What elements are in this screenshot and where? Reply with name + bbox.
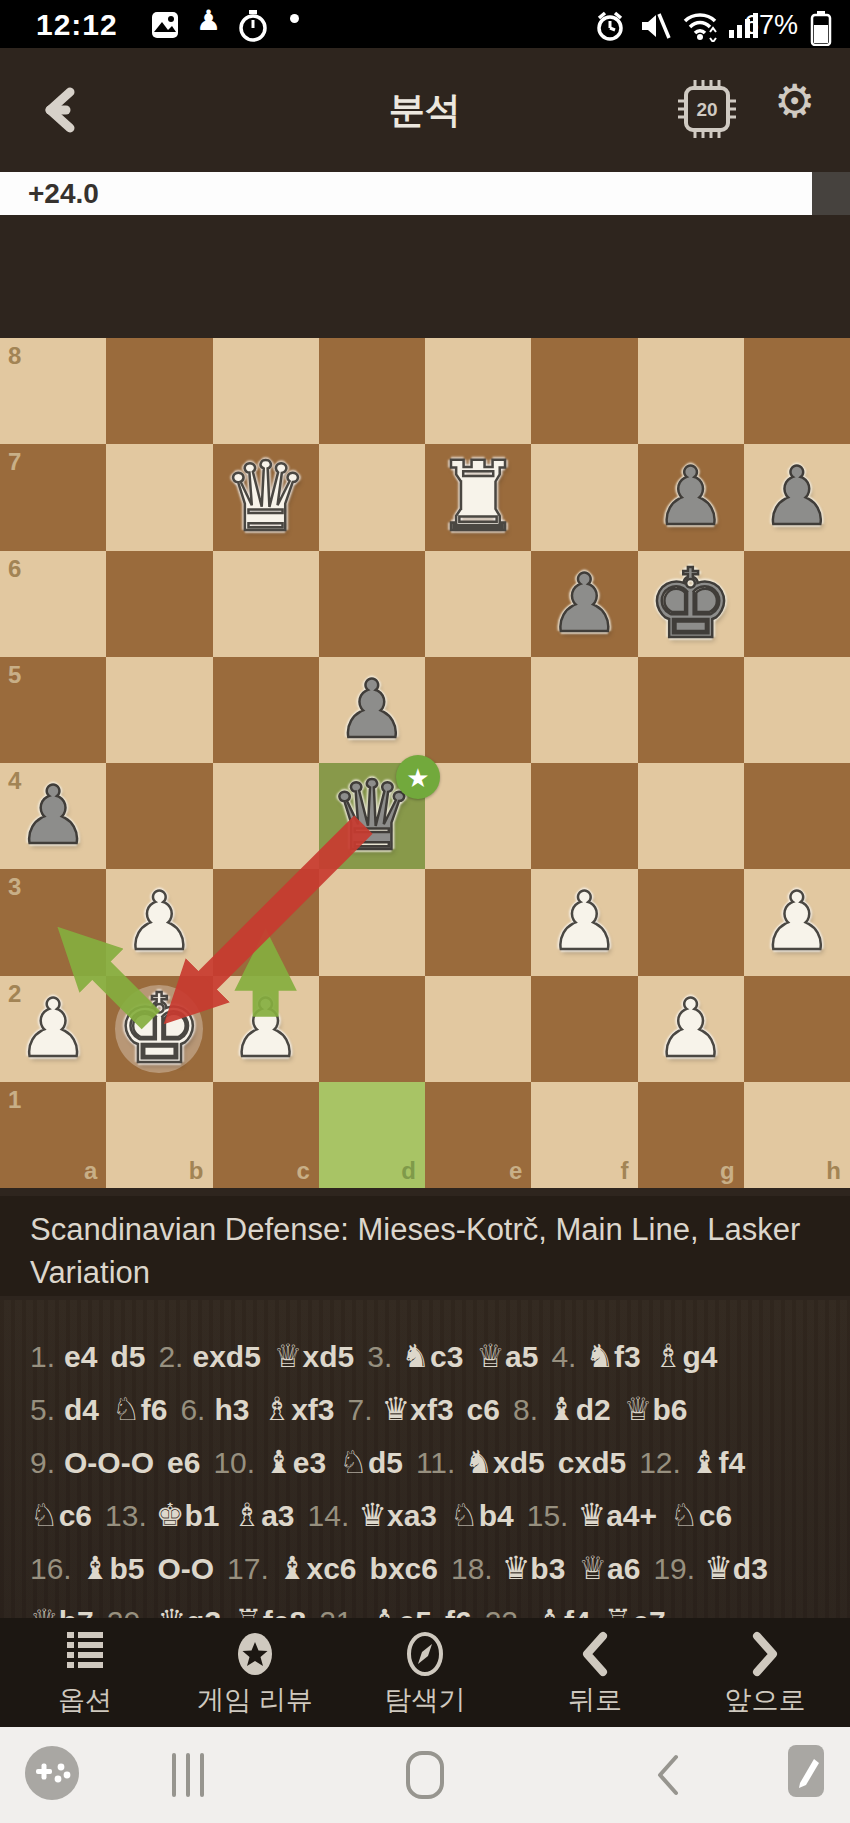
move-token[interactable]: cxd5 xyxy=(558,1436,626,1489)
file-label-d: d xyxy=(401,1157,416,1185)
android-nav-bar xyxy=(0,1727,850,1823)
move-line-2: 5.d4♘f66.h3♗xf37.♛xf3c68.♝d2♕b6 xyxy=(30,1383,830,1436)
square-c4[interactable] xyxy=(213,763,319,869)
move-line-3: 9.O-O-Oe610.♝e3♘d511.♞xd5cxd512.♝f4 xyxy=(30,1436,830,1489)
square-h6[interactable] xyxy=(744,551,850,657)
opening-name: Scandinavian Defense: Mieses-Kotrč, Main… xyxy=(30,1208,810,1294)
square-h8[interactable] xyxy=(744,338,850,444)
rank-label-7: 7 xyxy=(8,448,21,476)
gallery-notification-icon xyxy=(150,10,180,40)
back-move-label: 뒤로 xyxy=(510,1682,680,1718)
move-token[interactable]: ♞xd5 xyxy=(464,1436,544,1489)
move-token[interactable]: ♕b6 xyxy=(624,1383,688,1436)
status-bar: 12:12 ♟ 67% xyxy=(0,0,850,48)
move-token[interactable]: c6 xyxy=(467,1383,500,1436)
square-d7[interactable] xyxy=(319,444,425,550)
piece-black-queen-d4[interactable]: ♛ xyxy=(319,763,425,869)
engine-depth-value: 20 xyxy=(696,99,717,120)
square-a8[interactable]: 8 xyxy=(0,338,106,444)
move-number: 6. xyxy=(180,1383,205,1436)
square-c5[interactable] xyxy=(213,657,319,763)
piece-white-pawn-h3[interactable]: ♟ xyxy=(744,869,850,975)
move-token[interactable]: ♕a6 xyxy=(578,1542,640,1595)
timer-notification-icon xyxy=(238,10,268,42)
options-list-icon xyxy=(63,1630,107,1670)
s-pen-icon[interactable] xyxy=(780,1743,832,1803)
move-number: 13. xyxy=(105,1489,147,1542)
move-token[interactable]: ♛g3 xyxy=(157,1595,221,1618)
move-token[interactable]: ♘b4 xyxy=(450,1489,514,1542)
square-g5[interactable] xyxy=(638,657,744,763)
move-token[interactable]: ♖e7 xyxy=(604,1595,666,1618)
notification-dot xyxy=(290,14,299,23)
move-token[interactable]: O-O-O xyxy=(64,1436,154,1489)
square-e1[interactable]: e xyxy=(425,1082,531,1188)
move-number: 2. xyxy=(158,1330,183,1383)
move-token[interactable]: h3 xyxy=(214,1383,249,1436)
move-token[interactable]: ♗xf3 xyxy=(262,1383,334,1436)
move-token[interactable]: ♞f3 xyxy=(585,1330,640,1383)
move-token[interactable]: ♛b3 xyxy=(502,1542,566,1595)
file-label-a: a xyxy=(84,1157,97,1185)
analysis-screen: 12:12 ♟ 67% 분석 20 ⚙ +24.0 ★ ♕ d4+ 가 최선입니… xyxy=(0,0,850,1823)
move-token[interactable]: ♝d2 xyxy=(547,1383,611,1436)
explorer-compass-icon xyxy=(401,1630,449,1678)
square-d3[interactable] xyxy=(319,869,425,975)
square-e8[interactable] xyxy=(425,338,531,444)
move-token[interactable]: ♖fe8 xyxy=(234,1595,306,1618)
move-number: 20. xyxy=(107,1595,149,1618)
move-token[interactable]: ♘f6 xyxy=(112,1383,167,1436)
move-number: 5. xyxy=(30,1383,55,1436)
battery-percent: 67% xyxy=(744,10,798,41)
piece-black-pawn-d5[interactable]: ♟ xyxy=(319,657,425,763)
options-label: 옵션 xyxy=(0,1682,170,1718)
piece-white-king-b2[interactable]: ♚ xyxy=(106,976,212,1082)
evaluation-bar: +24.0 xyxy=(0,172,850,215)
move-number: 11. xyxy=(416,1436,455,1489)
game-review-label: 게임 리뷰 xyxy=(170,1682,340,1718)
clock-time: 12:12 xyxy=(36,8,118,42)
square-d8[interactable] xyxy=(319,338,425,444)
move-token[interactable]: ♞c3 xyxy=(401,1330,463,1383)
move-number: 3. xyxy=(367,1330,392,1383)
file-label-h: h xyxy=(826,1157,841,1185)
rank-label-6: 6 xyxy=(8,555,21,583)
move-token[interactable]: ♘c6 xyxy=(670,1489,732,1542)
engine-depth-chip-icon[interactable]: 20 xyxy=(676,78,738,140)
best-move-suggestion-row: ★ ♕ d4+ 가 최선입니다 +24.0 xyxy=(0,215,850,338)
piece-white-pawn-g2[interactable]: ♟ xyxy=(638,976,744,1082)
square-a3[interactable]: 3 xyxy=(0,869,106,975)
piece-black-pawn-g7[interactable]: ♟ xyxy=(638,444,744,550)
file-label-c: c xyxy=(296,1157,309,1185)
square-h1[interactable]: h xyxy=(744,1082,850,1188)
back-icon[interactable] xyxy=(648,1749,688,1801)
chevron-right-icon xyxy=(743,1630,787,1678)
square-c3[interactable] xyxy=(213,869,319,975)
square-b8[interactable] xyxy=(106,338,212,444)
move-number: 15. xyxy=(527,1489,569,1542)
move-token[interactable]: ♛xf3 xyxy=(382,1383,454,1436)
move-token[interactable]: ♕b7 xyxy=(30,1595,94,1618)
move-token[interactable]: ♝b5 xyxy=(81,1542,145,1595)
piece-black-pawn-f6[interactable]: ♟ xyxy=(531,551,637,657)
rank-label-5: 5 xyxy=(8,661,21,689)
move-number: 7. xyxy=(348,1383,373,1436)
recents-icon[interactable] xyxy=(166,1749,210,1801)
wifi-icon xyxy=(682,10,720,42)
square-g8[interactable] xyxy=(638,338,744,444)
square-c1[interactable]: c xyxy=(213,1082,319,1188)
chevron-left-icon xyxy=(573,1630,617,1678)
square-e4[interactable] xyxy=(425,763,531,869)
square-c6[interactable] xyxy=(213,551,319,657)
move-token[interactable]: ♝f4 xyxy=(690,1436,745,1489)
move-number: 19. xyxy=(653,1542,695,1595)
move-token[interactable]: ♗g4 xyxy=(654,1330,718,1383)
move-token[interactable]: ♛d3 xyxy=(704,1542,768,1595)
square-f8[interactable] xyxy=(531,338,637,444)
piece-black-king-g6[interactable]: ♚ xyxy=(638,551,744,657)
settings-gear-icon[interactable]: ⚙ xyxy=(774,74,815,128)
back-move-button[interactable]: 뒤로 xyxy=(510,1618,680,1727)
piece-black-pawn-a4[interactable]: ♟ xyxy=(0,763,106,869)
file-label-f: f xyxy=(621,1157,629,1185)
move-number: 12. xyxy=(639,1436,681,1489)
square-d2[interactable] xyxy=(319,976,425,1082)
move-token[interactable]: ♛a4+ xyxy=(577,1489,657,1542)
piece-white-pawn-a2[interactable]: ♟ xyxy=(0,976,106,1082)
move-token[interactable]: d4 xyxy=(64,1383,99,1436)
chess-app-notification-icon: ♟ xyxy=(196,4,221,37)
piece-white-queen-c7[interactable]: ♛ xyxy=(213,444,319,550)
move-line-4: ♘c613.♚b1♗a314.♛xa3♘b415.♛a4+♘c6 xyxy=(30,1489,830,1542)
square-b7[interactable] xyxy=(106,444,212,550)
square-a5[interactable]: 5 xyxy=(0,657,106,763)
square-f2[interactable] xyxy=(531,976,637,1082)
rank-label-3: 3 xyxy=(8,873,21,901)
piece-white-pawn-f3[interactable]: ♟ xyxy=(531,869,637,975)
move-token[interactable]: ♘d5 xyxy=(339,1436,403,1489)
square-b5[interactable] xyxy=(106,657,212,763)
square-g4[interactable] xyxy=(638,763,744,869)
move-token[interactable]: d5 xyxy=(110,1330,145,1383)
square-c8[interactable] xyxy=(213,338,319,444)
move-token[interactable]: ♗a3 xyxy=(232,1489,294,1542)
move-token[interactable]: e6 xyxy=(167,1436,200,1489)
square-a6[interactable]: 6 xyxy=(0,551,106,657)
game-review-star-icon xyxy=(231,1630,279,1678)
move-line-6: ♕b720.♛g3♖fe821.♝e5f622.♝f4♖e7 xyxy=(30,1595,830,1618)
options-button[interactable]: 옵션 xyxy=(0,1618,170,1727)
move-token[interactable]: ♝e3 xyxy=(264,1436,326,1489)
move-number: 16. xyxy=(30,1542,72,1595)
square-e5[interactable] xyxy=(425,657,531,763)
mute-icon xyxy=(638,10,672,42)
move-number: 22. xyxy=(485,1595,527,1618)
game-tools-fab-icon[interactable] xyxy=(20,1741,84,1805)
file-label-g: g xyxy=(720,1157,735,1185)
square-h4[interactable] xyxy=(744,763,850,869)
square-e3[interactable] xyxy=(425,869,531,975)
move-number: 1. xyxy=(30,1330,55,1383)
square-g1[interactable]: g xyxy=(638,1082,744,1188)
move-token[interactable]: ♘c6 xyxy=(30,1489,92,1542)
home-icon[interactable] xyxy=(402,1749,448,1801)
move-line-5: 16.♝b5O-O17.♝xc6bxc618.♛b3♕a619.♛d3 xyxy=(30,1542,830,1595)
move-number: 14. xyxy=(308,1489,350,1542)
move-token[interactable]: ♝xc6 xyxy=(278,1542,357,1595)
move-token[interactable]: ♝f4 xyxy=(535,1595,590,1618)
app-header: 분석 20 ⚙ xyxy=(0,48,850,172)
move-list[interactable]: 1.e4d52.exd5♕xd53.♞c3♕a54.♞f3♗g45.d4♘f66… xyxy=(0,1300,850,1618)
forward-move-label: 앞으로 xyxy=(680,1682,850,1718)
move-number: 4. xyxy=(551,1330,576,1383)
move-number: 8. xyxy=(513,1383,538,1436)
move-token[interactable]: ♕xd5 xyxy=(274,1330,354,1383)
move-token[interactable]: ♛xa3 xyxy=(358,1489,437,1542)
square-f1[interactable]: f xyxy=(531,1082,637,1188)
square-f5[interactable] xyxy=(531,657,637,763)
move-line-1: 1.e4d52.exd5♕xd53.♞c3♕a54.♞f3♗g4 xyxy=(30,1330,830,1383)
square-b1[interactable]: b xyxy=(106,1082,212,1188)
forward-move-button[interactable]: 앞으로 xyxy=(680,1618,850,1727)
square-h2[interactable] xyxy=(744,976,850,1082)
move-token[interactable]: f6 xyxy=(445,1595,472,1618)
move-token[interactable]: bxc6 xyxy=(370,1542,438,1595)
move-number: 18. xyxy=(451,1542,493,1595)
square-e2[interactable] xyxy=(425,976,531,1082)
rank-label-1: 1 xyxy=(8,1086,21,1114)
square-a1[interactable]: 1a xyxy=(0,1082,106,1188)
move-token[interactable]: ♚b1 xyxy=(156,1489,220,1542)
move-number: 17. xyxy=(227,1542,269,1595)
explorer-label: 탐색기 xyxy=(340,1682,510,1718)
piece-black-pawn-h7[interactable]: ♟ xyxy=(744,444,850,550)
piece-white-pawn-c2[interactable]: ♟ xyxy=(213,976,319,1082)
move-number: 9. xyxy=(30,1436,55,1489)
evaluation-bar-white-portion xyxy=(0,172,812,215)
square-d1[interactable]: d xyxy=(319,1082,425,1188)
file-label-e: e xyxy=(509,1157,522,1185)
square-b4[interactable] xyxy=(106,763,212,869)
game-review-button[interactable]: 게임 리뷰 xyxy=(170,1618,340,1727)
square-f4[interactable] xyxy=(531,763,637,869)
move-number: 21. xyxy=(319,1595,361,1618)
square-d6[interactable] xyxy=(319,551,425,657)
square-h5[interactable] xyxy=(744,657,850,763)
square-f7[interactable] xyxy=(531,444,637,550)
file-label-b: b xyxy=(189,1157,204,1185)
opening-name-band[interactable]: Scandinavian Defense: Mieses-Kotrč, Main… xyxy=(0,1196,850,1296)
move-number: 10. xyxy=(213,1436,255,1489)
square-g3[interactable] xyxy=(638,869,744,975)
move-token[interactable]: exd5 xyxy=(192,1330,260,1383)
explorer-button[interactable]: 탐색기 xyxy=(340,1618,510,1727)
bottom-toolbar: 옵션 게임 리뷰 탐색기 뒤로 앞으로 xyxy=(0,1618,850,1727)
square-a7[interactable]: 7 xyxy=(0,444,106,550)
move-token[interactable]: O-O xyxy=(157,1542,214,1595)
move-token[interactable]: ♝e5 xyxy=(370,1595,432,1618)
move-token[interactable]: e4 xyxy=(64,1330,97,1383)
alarm-icon xyxy=(594,10,626,42)
rank-label-8: 8 xyxy=(8,342,21,370)
square-b6[interactable] xyxy=(106,551,212,657)
battery-icon xyxy=(810,10,832,46)
move-token[interactable]: ♕a5 xyxy=(476,1330,538,1383)
piece-white-rook-e7[interactable]: ♜ xyxy=(425,444,531,550)
square-e6[interactable] xyxy=(425,551,531,657)
chess-board[interactable]: 87654321abcdefgh♛♜♟♟♟♚♟♟♛♟♟♟♟♚♟♟★ xyxy=(0,338,850,1188)
evaluation-value: +24.0 xyxy=(28,178,99,210)
piece-white-pawn-b3[interactable]: ♟ xyxy=(106,869,212,975)
